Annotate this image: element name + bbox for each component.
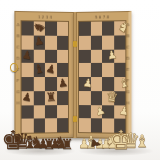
square[interactable] — [45, 118, 57, 132]
square[interactable] — [57, 63, 68, 77]
light-pawn[interactable]: ♟ — [118, 105, 130, 118]
light-queen[interactable]: ♛ — [105, 89, 119, 104]
brass-clasp-ring — [10, 63, 18, 72]
square[interactable] — [102, 35, 114, 49]
brass-hinge-pin — [73, 116, 77, 122]
dark-pawn[interactable]: ♟ — [33, 35, 45, 48]
square[interactable] — [22, 63, 34, 77]
square[interactable] — [57, 118, 68, 132]
square[interactable] — [102, 21, 114, 35]
square[interactable] — [79, 49, 90, 63]
square[interactable] — [33, 77, 45, 91]
square[interactable] — [45, 105, 57, 119]
square[interactable] — [33, 105, 45, 119]
square[interactable] — [79, 36, 90, 50]
square[interactable] — [57, 36, 68, 50]
square[interactable] — [79, 63, 90, 77]
square[interactable] — [33, 119, 45, 133]
square[interactable] — [57, 49, 68, 63]
dark-pawn[interactable]: ♟ — [89, 137, 103, 150]
board-hinge-seam — [73, 12, 77, 138]
light-pawn[interactable]: ♟ — [82, 77, 93, 89]
square[interactable] — [57, 91, 68, 105]
square[interactable] — [90, 63, 102, 77]
square[interactable] — [90, 35, 102, 49]
square[interactable] — [90, 118, 102, 132]
square[interactable] — [79, 22, 90, 36]
square[interactable] — [79, 105, 90, 119]
square[interactable] — [79, 91, 90, 105]
coordinate-labels-top-left: 1 2 3 4 — [22, 15, 68, 20]
square[interactable] — [45, 49, 57, 63]
dark-pawn[interactable]: ♟ — [21, 49, 32, 61]
chess-set-photo: 1 2 3 4 ABCDEFGH 5 6 7 8 ABCDEFGH ♞♟♟♝♟♟… — [0, 0, 160, 160]
light-pawn[interactable]: ♟ — [106, 49, 118, 62]
square[interactable] — [102, 63, 114, 77]
square[interactable] — [57, 105, 68, 119]
dark-rook[interactable]: ♜ — [45, 91, 57, 104]
dark-pawn[interactable]: ♟ — [21, 91, 33, 104]
coordinate-labels-top-right: 5 6 7 8 — [79, 15, 125, 20]
square[interactable] — [22, 105, 34, 119]
square[interactable] — [45, 35, 57, 49]
square[interactable] — [57, 22, 68, 36]
brass-hinge-pin — [73, 41, 77, 47]
coordinate-labels-left-edge: ABCDEFGH — [15, 22, 19, 132]
square[interactable] — [90, 91, 102, 105]
dark-rook[interactable]: ♜ — [61, 137, 74, 151]
square[interactable] — [33, 91, 45, 105]
light-bishop[interactable]: ♝ — [134, 133, 149, 150]
square[interactable] — [79, 118, 90, 132]
square[interactable] — [90, 22, 102, 36]
square[interactable] — [90, 49, 102, 63]
dark-pawn[interactable]: ♟ — [57, 77, 68, 89]
